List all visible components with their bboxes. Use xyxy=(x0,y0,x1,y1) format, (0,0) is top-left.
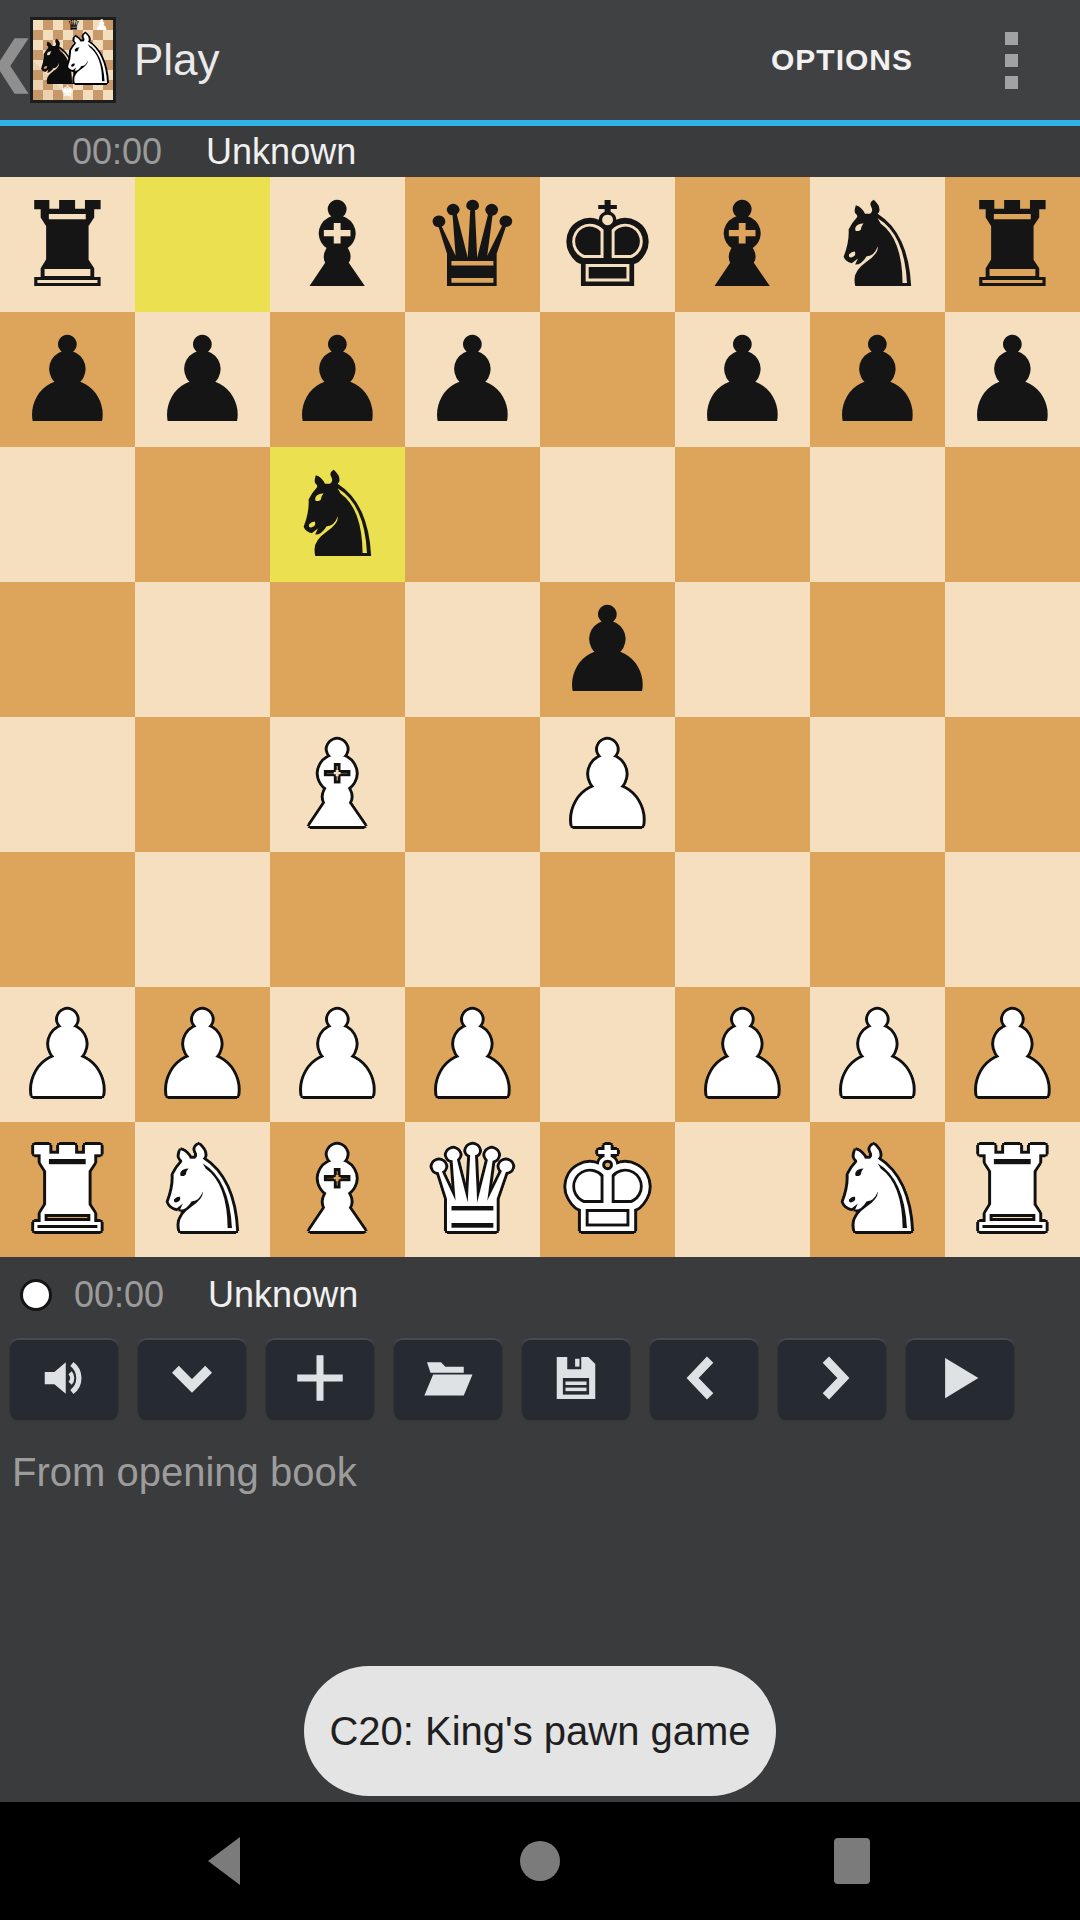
plus-icon xyxy=(292,1350,348,1406)
screen: ❮ ♛ ♟ ♚ ♞ ♞ Play OPTIONS 00:00 Unknown ♜… xyxy=(0,0,1080,1920)
square-f4[interactable] xyxy=(675,717,810,852)
square-f5[interactable] xyxy=(675,582,810,717)
square-b2[interactable]: ♟ xyxy=(135,987,270,1122)
white-knight-icon: ♞ xyxy=(57,26,118,94)
square-b8[interactable] xyxy=(135,177,270,312)
square-e1[interactable]: ♚ xyxy=(540,1122,675,1257)
piece-black-pawn: ♟ xyxy=(150,321,256,439)
save-button[interactable] xyxy=(522,1338,630,1418)
square-d7[interactable]: ♟ xyxy=(405,312,540,447)
piece-white-queen: ♛ xyxy=(420,1131,526,1249)
square-g5[interactable] xyxy=(810,582,945,717)
square-c8[interactable]: ♝ xyxy=(270,177,405,312)
piece-black-knight: ♞ xyxy=(825,186,931,304)
piece-black-pawn: ♟ xyxy=(420,321,526,439)
square-d3[interactable] xyxy=(405,852,540,987)
player-clock: 00:00 xyxy=(74,1274,164,1316)
nav-home-icon[interactable] xyxy=(518,1839,562,1883)
open-file-button[interactable] xyxy=(394,1338,502,1418)
square-g6[interactable] xyxy=(810,447,945,582)
square-a2[interactable]: ♟ xyxy=(0,987,135,1122)
folder-open-icon xyxy=(420,1350,476,1406)
piece-white-pawn: ♟ xyxy=(690,996,796,1114)
square-g3[interactable] xyxy=(810,852,945,987)
square-d8[interactable]: ♛ xyxy=(405,177,540,312)
square-e7[interactable] xyxy=(540,312,675,447)
options-button[interactable]: OPTIONS xyxy=(771,43,913,77)
square-e6[interactable] xyxy=(540,447,675,582)
square-h3[interactable] xyxy=(945,852,1080,987)
opponent-name: Unknown xyxy=(206,131,356,173)
square-d6[interactable] xyxy=(405,447,540,582)
piece-white-knight: ♞ xyxy=(825,1131,931,1249)
chevron-right-icon xyxy=(804,1350,860,1406)
sound-button[interactable] xyxy=(10,1338,118,1418)
square-h6[interactable] xyxy=(945,447,1080,582)
square-h1[interactable]: ♜ xyxy=(945,1122,1080,1257)
piece-white-pawn: ♟ xyxy=(960,996,1066,1114)
square-c5[interactable] xyxy=(270,582,405,717)
square-g8[interactable]: ♞ xyxy=(810,177,945,312)
square-c6[interactable]: ♞ xyxy=(270,447,405,582)
android-nav-bar xyxy=(0,1802,1080,1920)
opening-toast: C20: King's pawn game xyxy=(304,1666,776,1796)
square-d4[interactable] xyxy=(405,717,540,852)
square-f8[interactable]: ♝ xyxy=(675,177,810,312)
square-b5[interactable] xyxy=(135,582,270,717)
nav-recents-icon[interactable] xyxy=(833,1837,871,1885)
square-b4[interactable] xyxy=(135,717,270,852)
square-g7[interactable]: ♟ xyxy=(810,312,945,447)
collapse-button[interactable] xyxy=(138,1338,246,1418)
piece-black-pawn: ♟ xyxy=(15,321,121,439)
piece-black-bishop: ♝ xyxy=(690,186,796,304)
square-g4[interactable] xyxy=(810,717,945,852)
square-d1[interactable]: ♛ xyxy=(405,1122,540,1257)
piece-white-pawn: ♟ xyxy=(15,996,121,1114)
square-e2[interactable] xyxy=(540,987,675,1122)
square-b6[interactable] xyxy=(135,447,270,582)
next-move-button[interactable] xyxy=(778,1338,886,1418)
chess-board: ♜♝♛♚♝♞♜♟♟♟♟♟♟♟♞♟♝♟♟♟♟♟♟♟♟♜♞♝♛♚♞♜ xyxy=(0,177,1080,1257)
square-f3[interactable] xyxy=(675,852,810,987)
square-h2[interactable]: ♟ xyxy=(945,987,1080,1122)
piece-black-rook: ♜ xyxy=(960,186,1066,304)
previous-move-button[interactable] xyxy=(650,1338,758,1418)
piece-white-knight: ♞ xyxy=(150,1131,256,1249)
square-e8[interactable]: ♚ xyxy=(540,177,675,312)
square-a1[interactable]: ♜ xyxy=(0,1122,135,1257)
piece-black-pawn: ♟ xyxy=(690,321,796,439)
square-a8[interactable]: ♜ xyxy=(0,177,135,312)
square-h4[interactable] xyxy=(945,717,1080,852)
piece-white-bishop: ♝ xyxy=(285,1131,391,1249)
piece-black-bishop: ♝ xyxy=(285,186,391,304)
square-a3[interactable] xyxy=(0,852,135,987)
square-a7[interactable]: ♟ xyxy=(0,312,135,447)
square-h7[interactable]: ♟ xyxy=(945,312,1080,447)
player-clock-row: 00:00 Unknown xyxy=(0,1257,1080,1332)
toolbar xyxy=(0,1332,1080,1424)
chevron-down-icon xyxy=(164,1350,220,1406)
square-f2[interactable]: ♟ xyxy=(675,987,810,1122)
piece-black-king: ♚ xyxy=(555,186,661,304)
app-bar: ❮ ♛ ♟ ♚ ♞ ♞ Play OPTIONS xyxy=(0,0,1080,120)
floppy-disk-icon xyxy=(548,1350,604,1406)
piece-white-pawn: ♟ xyxy=(420,996,526,1114)
square-e5[interactable]: ♟ xyxy=(540,582,675,717)
square-c3[interactable] xyxy=(270,852,405,987)
square-h5[interactable] xyxy=(945,582,1080,717)
square-d2[interactable]: ♟ xyxy=(405,987,540,1122)
square-b7[interactable]: ♟ xyxy=(135,312,270,447)
opponent-clock-row: 00:00 Unknown xyxy=(0,126,1080,177)
overflow-menu-icon[interactable] xyxy=(1005,32,1018,89)
square-b1[interactable]: ♞ xyxy=(135,1122,270,1257)
square-c1[interactable]: ♝ xyxy=(270,1122,405,1257)
piece-black-rook: ♜ xyxy=(15,186,121,304)
app-icon[interactable]: ♛ ♟ ♚ ♞ ♞ xyxy=(30,17,116,103)
square-c4[interactable]: ♝ xyxy=(270,717,405,852)
square-f6[interactable] xyxy=(675,447,810,582)
square-a6[interactable] xyxy=(0,447,135,582)
play-engine-button[interactable] xyxy=(906,1338,1014,1418)
square-g2[interactable]: ♟ xyxy=(810,987,945,1122)
square-g1[interactable]: ♞ xyxy=(810,1122,945,1257)
piece-black-queen: ♛ xyxy=(420,186,526,304)
square-a4[interactable] xyxy=(0,717,135,852)
square-b3[interactable] xyxy=(135,852,270,987)
piece-black-pawn: ♟ xyxy=(285,321,391,439)
page-title: Play xyxy=(134,35,220,85)
square-d5[interactable] xyxy=(405,582,540,717)
chevron-left-icon xyxy=(676,1350,732,1406)
piece-white-pawn: ♟ xyxy=(555,726,661,844)
square-c7[interactable]: ♟ xyxy=(270,312,405,447)
piece-white-rook: ♜ xyxy=(15,1131,121,1249)
piece-white-bishop: ♝ xyxy=(285,726,391,844)
piece-white-pawn: ♟ xyxy=(150,996,256,1114)
player-name: Unknown xyxy=(208,1274,358,1316)
white-to-move-indicator xyxy=(20,1279,52,1311)
piece-black-knight: ♞ xyxy=(285,456,391,574)
piece-black-pawn: ♟ xyxy=(960,321,1066,439)
square-a5[interactable] xyxy=(0,582,135,717)
status-text: From opening book xyxy=(12,1450,1080,1495)
square-f7[interactable]: ♟ xyxy=(675,312,810,447)
opponent-clock: 00:00 xyxy=(72,131,162,173)
play-icon xyxy=(932,1350,988,1406)
square-h8[interactable]: ♜ xyxy=(945,177,1080,312)
square-e4[interactable]: ♟ xyxy=(540,717,675,852)
piece-white-pawn: ♟ xyxy=(285,996,391,1114)
piece-white-rook: ♜ xyxy=(960,1131,1066,1249)
new-game-button[interactable] xyxy=(266,1338,374,1418)
speaker-icon xyxy=(36,1350,92,1406)
nav-back-icon[interactable] xyxy=(200,1833,246,1889)
piece-white-pawn: ♟ xyxy=(825,996,931,1114)
square-c2[interactable]: ♟ xyxy=(270,987,405,1122)
square-f1[interactable] xyxy=(675,1122,810,1257)
piece-black-pawn: ♟ xyxy=(825,321,931,439)
piece-white-king: ♚ xyxy=(555,1131,661,1249)
square-e3[interactable] xyxy=(540,852,675,987)
piece-black-pawn: ♟ xyxy=(555,591,661,709)
